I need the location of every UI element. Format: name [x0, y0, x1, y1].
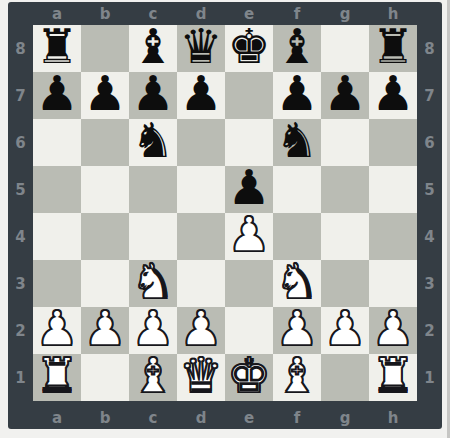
- piece-black-bishop[interactable]: ♝: [131, 23, 174, 70]
- square-d7[interactable]: ♟: [177, 72, 225, 119]
- square-a5[interactable]: [33, 166, 81, 213]
- rank-label-right-5: 5: [417, 166, 442, 213]
- piece-white-pawn[interactable]: ♟: [227, 211, 270, 258]
- square-b1[interactable]: [81, 354, 129, 401]
- piece-white-king[interactable]: ♚: [227, 352, 270, 399]
- chess-app-window: abcdefgh8♜♝♛♚♝♜87♟♟♟♟♟♟♟76♞♞65♟54♟43♞♞32…: [0, 0, 450, 438]
- file-label-bottom-e: e: [225, 404, 273, 432]
- square-b4[interactable]: [81, 213, 129, 260]
- square-e4[interactable]: ♟: [225, 213, 273, 260]
- file-label-bottom-a: a: [33, 404, 81, 432]
- frame-corner: [417, 401, 442, 429]
- piece-white-pawn[interactable]: ♟: [131, 305, 174, 352]
- square-h1[interactable]: ♜: [369, 354, 417, 401]
- square-h5[interactable]: [369, 166, 417, 213]
- square-b6[interactable]: [81, 119, 129, 166]
- rank-label-right-2: 2: [417, 307, 442, 354]
- chess-board-frame: abcdefgh8♜♝♛♚♝♜87♟♟♟♟♟♟♟76♞♞65♟54♟43♞♞32…: [8, 2, 442, 429]
- square-b5[interactable]: [81, 166, 129, 213]
- piece-white-pawn[interactable]: ♟: [323, 305, 366, 352]
- piece-black-pawn[interactable]: ♟: [323, 70, 366, 117]
- frame-corner: [8, 401, 33, 429]
- square-d1[interactable]: ♛: [177, 354, 225, 401]
- rank-label-left-2: 2: [8, 307, 33, 354]
- rank-label-left-7: 7: [8, 72, 33, 119]
- piece-black-queen[interactable]: ♛: [179, 23, 222, 70]
- square-d4[interactable]: [177, 213, 225, 260]
- rank-label-right-6: 6: [417, 119, 442, 166]
- square-b2[interactable]: ♟: [81, 307, 129, 354]
- square-f6[interactable]: ♞: [273, 119, 321, 166]
- rank-label-right-4: 4: [417, 213, 442, 260]
- square-b7[interactable]: ♟: [81, 72, 129, 119]
- piece-black-pawn[interactable]: ♟: [371, 70, 414, 117]
- square-e8[interactable]: ♚: [225, 25, 273, 72]
- piece-white-pawn[interactable]: ♟: [35, 305, 78, 352]
- square-g7[interactable]: ♟: [321, 72, 369, 119]
- rank-label-right-3: 3: [417, 260, 442, 307]
- frame-corner: [417, 2, 442, 25]
- piece-white-pawn[interactable]: ♟: [275, 305, 318, 352]
- rank-label-left-4: 4: [8, 213, 33, 260]
- square-a1[interactable]: ♜: [33, 354, 81, 401]
- square-g2[interactable]: ♟: [321, 307, 369, 354]
- piece-black-pawn[interactable]: ♟: [131, 70, 174, 117]
- file-label-bottom-h: h: [369, 404, 417, 432]
- piece-black-rook[interactable]: ♜: [371, 23, 414, 70]
- file-label-bottom-g: g: [321, 404, 369, 432]
- rank-label-right-8: 8: [417, 25, 442, 72]
- square-a7[interactable]: ♟: [33, 72, 81, 119]
- rank-label-left-5: 5: [8, 166, 33, 213]
- square-c6[interactable]: ♞: [129, 119, 177, 166]
- file-label-bottom-f: f: [273, 404, 321, 432]
- square-f5[interactable]: [273, 166, 321, 213]
- square-g6[interactable]: [321, 119, 369, 166]
- square-h7[interactable]: ♟: [369, 72, 417, 119]
- square-f1[interactable]: ♝: [273, 354, 321, 401]
- rank-label-left-3: 3: [8, 260, 33, 307]
- file-label-bottom-d: d: [177, 404, 225, 432]
- rank-label-right-1: 1: [417, 354, 442, 401]
- square-a4[interactable]: [33, 213, 81, 260]
- piece-black-rook[interactable]: ♜: [35, 23, 78, 70]
- piece-white-pawn[interactable]: ♟: [371, 305, 414, 352]
- piece-white-pawn[interactable]: ♟: [83, 305, 126, 352]
- piece-black-pawn[interactable]: ♟: [227, 164, 270, 211]
- rank-label-left-6: 6: [8, 119, 33, 166]
- square-e1[interactable]: ♚: [225, 354, 273, 401]
- square-e3[interactable]: [225, 260, 273, 307]
- rank-label-left-8: 8: [8, 25, 33, 72]
- piece-white-knight[interactable]: ♞: [131, 258, 174, 305]
- square-d5[interactable]: [177, 166, 225, 213]
- piece-white-bishop[interactable]: ♝: [275, 352, 318, 399]
- piece-white-rook[interactable]: ♜: [371, 352, 414, 399]
- square-h6[interactable]: [369, 119, 417, 166]
- piece-black-king[interactable]: ♚: [227, 23, 270, 70]
- square-g1[interactable]: [321, 354, 369, 401]
- piece-white-rook[interactable]: ♜: [35, 352, 78, 399]
- piece-white-bishop[interactable]: ♝: [131, 352, 174, 399]
- rank-label-left-1: 1: [8, 354, 33, 401]
- piece-white-queen[interactable]: ♛: [179, 352, 222, 399]
- piece-black-knight[interactable]: ♞: [275, 117, 318, 164]
- square-a6[interactable]: [33, 119, 81, 166]
- square-g4[interactable]: [321, 213, 369, 260]
- piece-black-pawn[interactable]: ♟: [83, 70, 126, 117]
- piece-white-knight[interactable]: ♞: [275, 258, 318, 305]
- file-label-top-g: g: [321, 2, 369, 25]
- piece-black-pawn[interactable]: ♟: [179, 70, 222, 117]
- square-g5[interactable]: [321, 166, 369, 213]
- frame-corner: [8, 2, 33, 25]
- file-label-bottom-b: b: [81, 404, 129, 432]
- piece-white-pawn[interactable]: ♟: [179, 305, 222, 352]
- square-d6[interactable]: [177, 119, 225, 166]
- piece-black-bishop[interactable]: ♝: [275, 23, 318, 70]
- piece-black-knight[interactable]: ♞: [131, 117, 174, 164]
- file-label-top-b: b: [81, 2, 129, 25]
- square-e7[interactable]: [225, 72, 273, 119]
- square-c5[interactable]: [129, 166, 177, 213]
- square-h4[interactable]: [369, 213, 417, 260]
- piece-black-pawn[interactable]: ♟: [35, 70, 78, 117]
- square-c1[interactable]: ♝: [129, 354, 177, 401]
- rank-label-right-7: 7: [417, 72, 442, 119]
- file-label-bottom-c: c: [129, 404, 177, 432]
- piece-black-pawn[interactable]: ♟: [275, 70, 318, 117]
